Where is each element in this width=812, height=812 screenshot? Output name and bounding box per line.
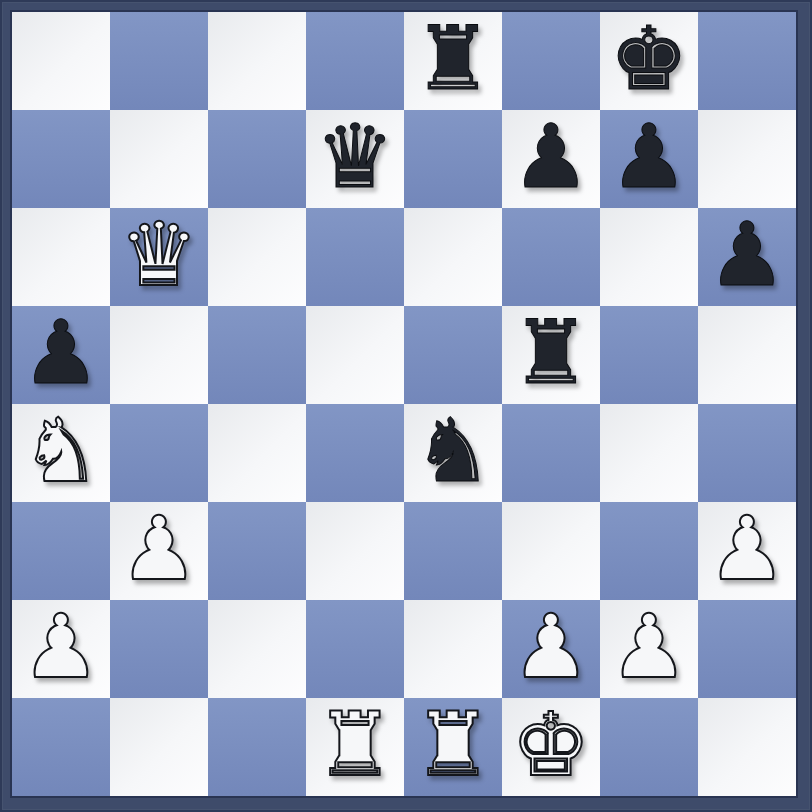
square-a4[interactable]: ♞ [12,404,110,502]
square-g6[interactable] [600,208,698,306]
white-pawn-f2: ♟ [512,603,591,691]
square-h4[interactable] [698,404,796,502]
chess-board: ♜♚♛♟♟♛♟♟♜♞♞♟♟♟♟♟♜♜♚ [10,10,798,798]
square-g3[interactable] [600,502,698,600]
black-pawn-h6: ♟ [708,211,787,299]
square-e3[interactable] [404,502,502,600]
square-e1[interactable]: ♜ [404,698,502,796]
white-knight-a4: ♞ [22,407,101,495]
white-pawn-a2: ♟ [22,603,101,691]
square-f7[interactable]: ♟ [502,110,600,208]
white-queen-b6: ♛ [120,211,199,299]
square-e6[interactable] [404,208,502,306]
square-c2[interactable] [208,600,306,698]
square-g7[interactable]: ♟ [600,110,698,208]
square-a1[interactable] [12,698,110,796]
square-g2[interactable]: ♟ [600,600,698,698]
square-c3[interactable] [208,502,306,600]
square-d6[interactable] [306,208,404,306]
black-rook-e8: ♜ [414,15,493,103]
square-h8[interactable] [698,12,796,110]
square-h7[interactable] [698,110,796,208]
square-h6[interactable]: ♟ [698,208,796,306]
square-d8[interactable] [306,12,404,110]
square-f6[interactable] [502,208,600,306]
square-d4[interactable] [306,404,404,502]
square-f1[interactable]: ♚ [502,698,600,796]
square-a2[interactable]: ♟ [12,600,110,698]
square-d2[interactable] [306,600,404,698]
square-d1[interactable]: ♜ [306,698,404,796]
board-frame: ♜♚♛♟♟♛♟♟♜♞♞♟♟♟♟♟♜♜♚ [0,0,812,812]
square-b7[interactable] [110,110,208,208]
white-king-f1: ♚ [512,701,591,789]
square-e4[interactable]: ♞ [404,404,502,502]
square-h2[interactable] [698,600,796,698]
square-b5[interactable] [110,306,208,404]
square-a8[interactable] [12,12,110,110]
square-g5[interactable] [600,306,698,404]
white-rook-e1: ♜ [414,701,493,789]
square-g1[interactable] [600,698,698,796]
square-f3[interactable] [502,502,600,600]
square-c5[interactable] [208,306,306,404]
black-king-g8: ♚ [610,15,689,103]
black-knight-e4: ♞ [414,407,493,495]
square-c8[interactable] [208,12,306,110]
square-e7[interactable] [404,110,502,208]
square-e5[interactable] [404,306,502,404]
square-a6[interactable] [12,208,110,306]
square-f2[interactable]: ♟ [502,600,600,698]
white-rook-d1: ♜ [316,701,395,789]
square-c6[interactable] [208,208,306,306]
square-d5[interactable] [306,306,404,404]
square-b3[interactable]: ♟ [110,502,208,600]
square-a7[interactable] [12,110,110,208]
square-g4[interactable] [600,404,698,502]
square-g8[interactable]: ♚ [600,12,698,110]
black-rook-f5: ♜ [512,309,591,397]
white-pawn-h3: ♟ [708,505,787,593]
square-f4[interactable] [502,404,600,502]
square-c4[interactable] [208,404,306,502]
black-queen-d7: ♛ [316,113,395,201]
square-b1[interactable] [110,698,208,796]
square-c1[interactable] [208,698,306,796]
square-h5[interactable] [698,306,796,404]
white-pawn-g2: ♟ [610,603,689,691]
square-b8[interactable] [110,12,208,110]
square-f8[interactable] [502,12,600,110]
square-b6[interactable]: ♛ [110,208,208,306]
square-b4[interactable] [110,404,208,502]
square-a3[interactable] [12,502,110,600]
square-e2[interactable] [404,600,502,698]
black-pawn-f7: ♟ [512,113,591,201]
square-e8[interactable]: ♜ [404,12,502,110]
square-b2[interactable] [110,600,208,698]
square-d3[interactable] [306,502,404,600]
white-pawn-b3: ♟ [120,505,199,593]
square-h3[interactable]: ♟ [698,502,796,600]
black-pawn-g7: ♟ [610,113,689,201]
square-h1[interactable] [698,698,796,796]
black-pawn-a5: ♟ [22,309,101,397]
square-f5[interactable]: ♜ [502,306,600,404]
square-d7[interactable]: ♛ [306,110,404,208]
square-c7[interactable] [208,110,306,208]
square-a5[interactable]: ♟ [12,306,110,404]
